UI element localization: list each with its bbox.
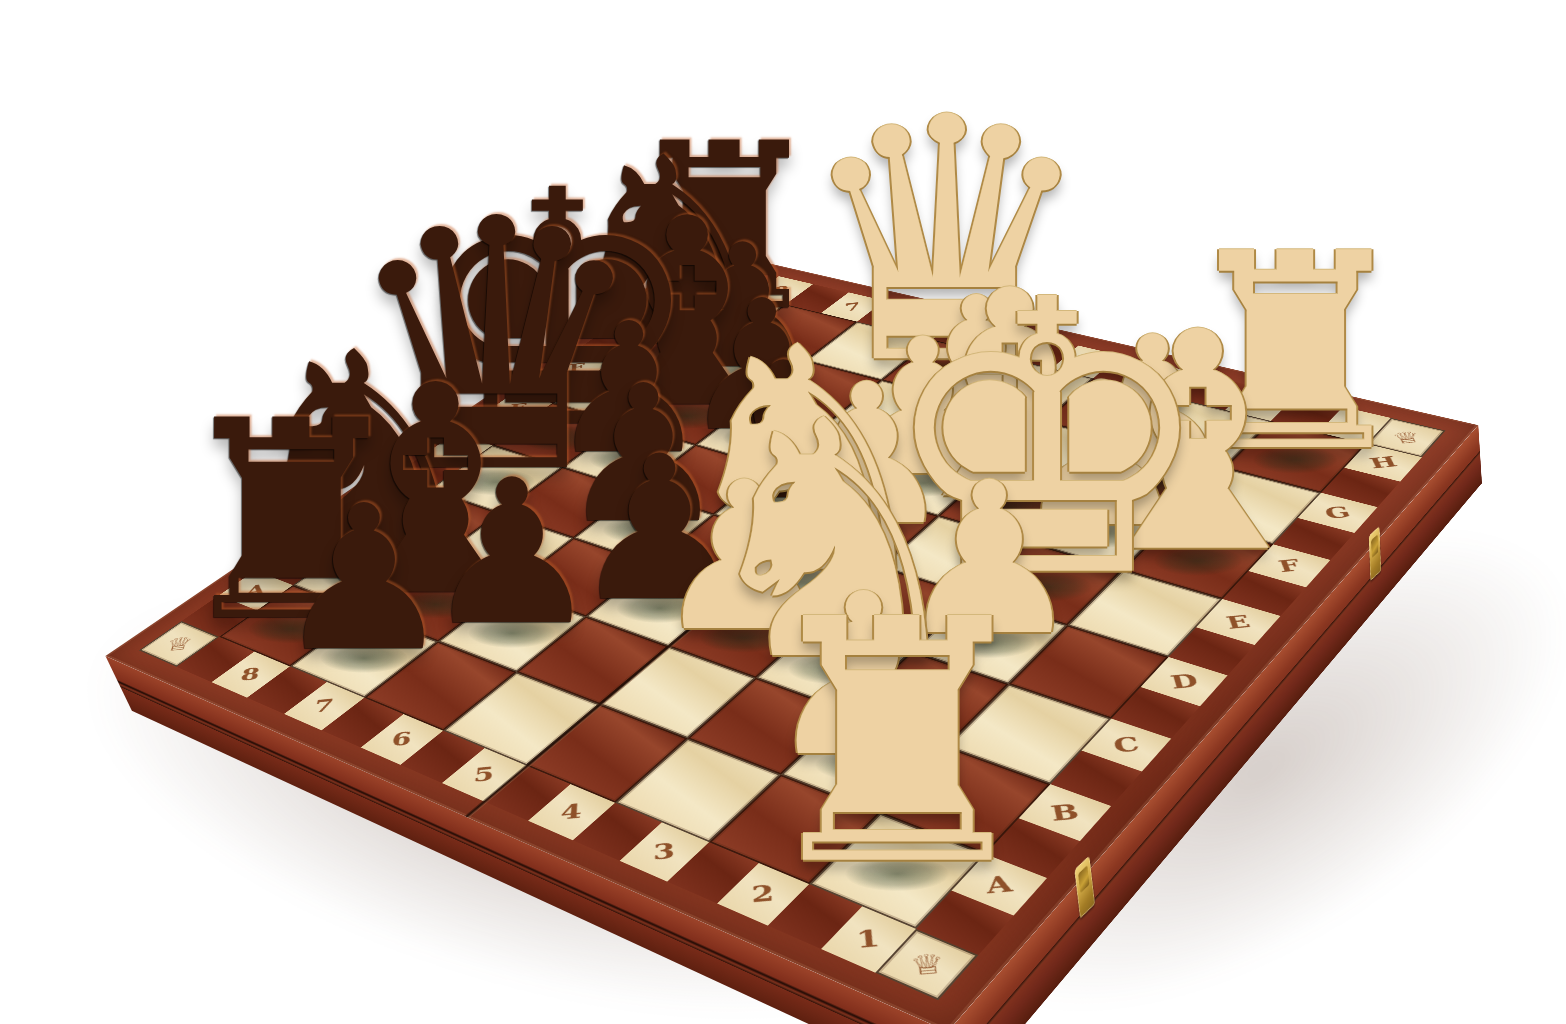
square-a1[interactable] — [809, 813, 985, 929]
square-a7[interactable] — [290, 613, 438, 698]
crown-emblem-icon: ♕ — [163, 632, 196, 655]
file-label-top-a-label: A — [244, 581, 268, 600]
square-e1[interactable] — [1067, 570, 1222, 657]
band-label-cell: A — [951, 854, 1047, 916]
band-label-cell: 1 — [821, 906, 916, 973]
rank-label-right-6-label: 6 — [918, 317, 936, 331]
rank-label-left-8: 8 — [176, 637, 289, 698]
rank-label-right-8-label: 8 — [774, 284, 790, 297]
rank-label-left-5: 5 — [400, 731, 526, 802]
file-label-bottom-c-label: C — [1111, 733, 1142, 758]
file-label-bottom-c: C — [1050, 719, 1171, 806]
square-f1[interactable] — [1122, 517, 1273, 599]
rank-label-left-5-label: 5 — [473, 763, 496, 787]
band-label-cell: 3 — [619, 822, 709, 881]
square-c4[interactable] — [668, 592, 820, 678]
band-label-cell: F — [1248, 544, 1330, 587]
band-label-cell: E — [1196, 599, 1281, 645]
square-b5[interactable] — [517, 617, 669, 705]
rank-label-right-7-label: 7 — [844, 300, 861, 314]
square-d3[interactable] — [820, 567, 971, 652]
chess-board: ♕ABCDEFGH♕8877665544332211♕ABCDEFGH♕ — [105, 248, 1478, 1024]
rank-label-left-2: 2 — [667, 842, 809, 925]
rank-label-right-4-label: 4 — [1075, 354, 1096, 369]
band-separator-cell — [1321, 468, 1400, 507]
square-c2[interactable] — [848, 652, 1008, 747]
square-a5[interactable] — [443, 672, 599, 766]
file-label-bottom-e-label: E — [1224, 611, 1253, 633]
square-c1[interactable] — [946, 684, 1111, 784]
rank-label-left-6-label: 6 — [390, 728, 413, 750]
file-label-top-b-label: B — [314, 532, 339, 550]
rank-label-left-3-label: 3 — [653, 838, 675, 864]
square-a6[interactable] — [364, 641, 516, 730]
band-label-cell: 7 — [284, 682, 365, 730]
square-b3[interactable] — [688, 678, 849, 775]
band-separator-cell — [1050, 751, 1141, 806]
square-d4[interactable] — [734, 540, 881, 621]
file-label-top-h-label: H — [675, 286, 696, 300]
file-label-bottom-f-label: F — [1276, 556, 1304, 576]
rank-label-left-1: 1 — [768, 884, 916, 973]
band-label-cell: 4 — [528, 784, 615, 840]
brass-clasp-icon — [1369, 526, 1381, 581]
band-label-cell: C — [1081, 719, 1171, 772]
board-corner-cell-bottom-left: ♕ — [875, 929, 978, 1000]
square-a4[interactable] — [527, 704, 688, 803]
file-label-bottom-e: E — [1169, 599, 1281, 675]
file-label-top-e-label: E — [509, 400, 528, 415]
rank-label-left-1-label: 1 — [855, 924, 881, 953]
file-label-bottom-d-label: D — [1168, 670, 1201, 693]
rank-label-left-7: 7 — [247, 666, 364, 730]
rank-label-left-4: 4 — [484, 766, 615, 841]
band-separator-cell — [916, 891, 1013, 955]
rank-label-right-3-label: 3 — [1160, 374, 1183, 390]
brass-clasp-icon — [1074, 856, 1095, 919]
square-e2[interactable] — [971, 542, 1122, 625]
file-label-top-d-label: D — [447, 442, 470, 458]
square-b6[interactable] — [438, 588, 586, 672]
band-label-cell: 5 — [442, 748, 527, 802]
band-separator-cell — [768, 884, 862, 949]
board-surface: ♕ABCDEFGH♕8877665544332211♕ABCDEFGH♕ — [105, 248, 1478, 1024]
square-d1[interactable] — [1009, 625, 1169, 718]
crown-emblem-icon: ♕ — [701, 266, 723, 281]
band-separator-cell — [1111, 687, 1199, 738]
band-label-cell: G — [1298, 493, 1378, 533]
rank-label-left-4-label: 4 — [560, 799, 582, 824]
band-label-cell: 8 — [211, 651, 290, 697]
rank-label-left-2-label: 2 — [751, 880, 775, 907]
rank-label-left-6: 6 — [322, 698, 444, 765]
square-f2[interactable] — [1028, 492, 1175, 570]
file-label-bottom-f: F — [1222, 544, 1330, 616]
file-label-top-g-label: G — [623, 322, 642, 336]
product-photo-scene: ♕ABCDEFGH♕8877665544332211♕ABCDEFGH♕ — [0, 0, 1566, 1024]
file-label-bottom-b-label: B — [1049, 799, 1081, 825]
square-b4[interactable] — [600, 646, 756, 738]
file-label-bottom-a-label: A — [984, 871, 1014, 899]
file-label-bottom-b: B — [985, 784, 1111, 878]
band-label-cell: 6 — [360, 714, 443, 765]
rank-label-left-7-label: 7 — [312, 695, 335, 716]
band-separator-cell — [1222, 571, 1305, 616]
rank-label-left-3: 3 — [573, 803, 709, 882]
band-label-cell: D — [1140, 657, 1227, 707]
band-separator-cell — [176, 637, 254, 682]
band-separator-cell — [667, 842, 758, 903]
square-b1[interactable] — [880, 747, 1050, 855]
band-separator-cell — [573, 803, 662, 861]
band-separator-cell — [322, 698, 404, 748]
band-separator-cell — [1169, 628, 1255, 676]
crown-emblem-icon: ♕ — [908, 947, 947, 982]
file-label-bottom-g-label: G — [1322, 503, 1354, 522]
square-c5[interactable] — [586, 564, 734, 646]
file-label-bottom-h-label: H — [1366, 453, 1400, 472]
rank-label-right-1-label: 1 — [1342, 417, 1368, 434]
rank-label-right-5-label: 5 — [995, 335, 1015, 350]
square-d2[interactable] — [912, 595, 1068, 684]
file-label-bottom-d: D — [1111, 657, 1227, 739]
crown-emblem-icon: ♕ — [1388, 427, 1425, 447]
band-separator-cell — [400, 731, 484, 783]
file-label-bottom-g: G — [1273, 493, 1377, 560]
band-separator-cell — [1273, 518, 1354, 560]
band-label-cell: B — [1018, 784, 1111, 841]
file-label-top-c-label: C — [383, 486, 405, 503]
square-g1[interactable] — [1175, 468, 1321, 544]
square-a2[interactable] — [709, 775, 880, 884]
square-a3[interactable] — [615, 738, 781, 842]
band-label-cell: 2 — [717, 863, 810, 926]
band-separator-cell — [484, 766, 570, 821]
square-c3[interactable] — [756, 621, 912, 711]
square-e3[interactable] — [881, 516, 1028, 595]
rank-label-right-2-label: 2 — [1248, 395, 1272, 411]
board-grid: ♕ABCDEFGH♕8877665544332211♕ABCDEFGH♕ — [139, 260, 1446, 1000]
rank-label-left-8-label: 8 — [239, 664, 262, 685]
band-separator-cell — [247, 666, 327, 713]
file-label-top-f-label: F — [568, 360, 585, 374]
band-separator-cell — [985, 819, 1079, 878]
square-b2[interactable] — [781, 711, 946, 813]
